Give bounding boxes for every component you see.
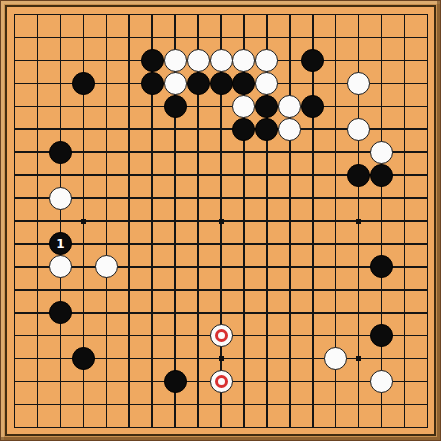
grid-line-vertical — [381, 14, 383, 428]
white-stone — [164, 72, 187, 95]
circle-mark — [215, 375, 228, 388]
move-number-label: 1 — [56, 238, 64, 250]
star-point — [219, 356, 224, 361]
white-stone — [164, 49, 187, 72]
grid-line-horizontal — [14, 427, 428, 429]
star-point — [81, 219, 86, 224]
black-stone — [255, 118, 278, 141]
black-stone — [301, 49, 324, 72]
grid-line-vertical — [404, 14, 406, 428]
black-stone — [49, 301, 72, 324]
black-stone — [141, 72, 164, 95]
white-stone — [278, 95, 301, 118]
star-point — [219, 219, 224, 224]
white-stone — [210, 324, 233, 347]
grid-line-horizontal — [14, 404, 428, 406]
star-point — [356, 219, 361, 224]
black-stone — [72, 347, 95, 370]
black-stone — [164, 370, 187, 393]
black-stone — [210, 72, 233, 95]
grid-line-horizontal — [14, 289, 428, 291]
white-stone — [210, 370, 233, 393]
black-stone — [49, 141, 72, 164]
star-point — [356, 356, 361, 361]
black-stone — [255, 95, 278, 118]
white-stone — [210, 49, 233, 72]
black-stone — [164, 95, 187, 118]
black-stone — [72, 72, 95, 95]
go-board[interactable]: 1 — [0, 0, 441, 441]
grid-line-vertical — [427, 14, 429, 428]
grid-line-horizontal — [14, 243, 428, 245]
white-stone — [370, 141, 393, 164]
white-stone — [49, 187, 72, 210]
black-stone — [347, 164, 370, 187]
black-stone — [141, 49, 164, 72]
circle-mark — [215, 329, 228, 342]
white-stone — [187, 49, 210, 72]
white-stone — [347, 118, 370, 141]
grid-line-horizontal — [14, 266, 428, 268]
white-stone — [347, 72, 370, 95]
grid-line-horizontal — [14, 312, 428, 314]
grid-line-vertical — [312, 14, 314, 428]
grid-line-vertical — [289, 14, 291, 428]
black-stone — [370, 164, 393, 187]
white-stone — [278, 118, 301, 141]
black-stone — [187, 72, 210, 95]
black-stone — [301, 95, 324, 118]
white-stone — [95, 255, 118, 278]
